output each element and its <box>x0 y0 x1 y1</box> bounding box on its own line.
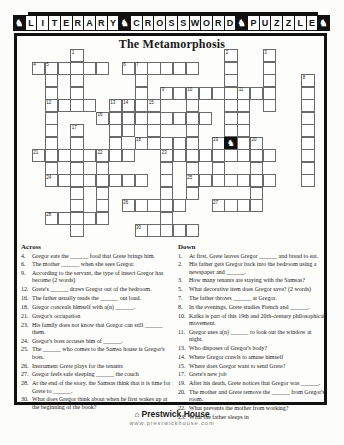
worksheet-page: ♞LITERARY♞CROSSWORD♞PUZZLE♞ The Metamorp… <box>0 0 344 445</box>
grid-cell-r3c4[interactable] <box>70 87 83 100</box>
grid-cell-r6c13[interactable] <box>186 124 199 137</box>
grid-cell-r5c17[interactable] <box>237 112 250 125</box>
clue-text: Instrument Grete plays for the tenants <box>32 363 171 370</box>
grid-cell-r0c4[interactable]: 1 <box>70 49 83 62</box>
clue-num: 19. <box>178 380 189 387</box>
grid-cell-r8c5[interactable] <box>83 149 96 162</box>
grid-cell-r7c2[interactable] <box>45 137 58 150</box>
clue-num: 27. <box>21 371 32 378</box>
clue-number-6: 6 <box>123 62 126 67</box>
grid-cell-r12c11[interactable] <box>160 199 173 212</box>
grid-cell-r4c9[interactable] <box>135 99 148 112</box>
down-clues-column: Down 1.At first, Grete leaves Gregor ___… <box>178 243 326 423</box>
grid-cell-r6c22[interactable] <box>301 124 314 137</box>
grid-cell-r4c7[interactable]: 13 <box>109 99 122 112</box>
clue-num: 9. <box>21 270 32 285</box>
down-clue-5: 5.What decorative item does Gregor save?… <box>178 286 326 293</box>
grid-cell-r6c8[interactable] <box>122 124 135 137</box>
grid-cell-r3c22[interactable] <box>301 87 314 100</box>
grid-cell-r1c16[interactable] <box>224 62 237 75</box>
grid-cell-r8c13[interactable] <box>186 149 199 162</box>
clue-text: After his death, Grete notices that Greg… <box>189 380 326 387</box>
clue-number-17: 17 <box>72 125 77 130</box>
grid-cell-r8c11[interactable]: 23 <box>160 149 173 162</box>
grid-cell-r6c17[interactable] <box>237 124 250 137</box>
clue-number-5: 5 <box>46 62 49 67</box>
grid-cell-r4c10[interactable]: 15 <box>147 99 160 112</box>
down-clue-list: 1.At first, Grete leaves Gregor ______ a… <box>178 253 326 422</box>
clue-number-14: 14 <box>123 100 128 105</box>
clue-num: 24. <box>21 338 32 345</box>
grid-cell-r7c9[interactable]: 18 <box>135 137 148 150</box>
clue-text: Grete's ______ draws Gregor out of the b… <box>32 286 171 293</box>
grid-cell-r5c10[interactable] <box>147 112 160 125</box>
grid-cell-r14c12[interactable] <box>173 224 186 237</box>
clue-num: 3. <box>178 277 189 284</box>
grid-cell-r10c3[interactable] <box>58 174 71 187</box>
grid-cell-r3c17[interactable]: 11 <box>237 87 250 100</box>
grid-cell-r2c19[interactable] <box>263 74 276 87</box>
literary-crossword-banner: ♞LITERARY♞CROSSWORD♞PUZZLE♞ <box>14 15 330 31</box>
grid-cell-r8c12[interactable] <box>173 149 186 162</box>
grid-cell-r7c18[interactable]: 20 <box>250 137 263 150</box>
across-clue-23: 23.His family does not know that Gregor … <box>21 322 171 337</box>
clue-text: The father throws ______ at Gregor. <box>189 295 326 302</box>
across-clues-column: Across 4.Gregor eats the ______ food tha… <box>21 243 171 412</box>
clue-text: According to the servant, the type of in… <box>32 270 171 285</box>
grid-cell-r10c8[interactable] <box>122 174 135 187</box>
grid-cell-r12c8[interactable]: 26 <box>122 199 135 212</box>
grid-cell-r8c22[interactable] <box>301 149 314 162</box>
grid-cell-r4c16[interactable] <box>224 99 237 112</box>
clue-num: 21. <box>21 313 32 320</box>
down-clue-1: 1.At first, Grete leaves Gregor ______ a… <box>178 253 326 260</box>
clue-num: 6. <box>21 261 32 268</box>
grid-cell-r8c14[interactable] <box>199 149 212 162</box>
grid-cell-r5c8[interactable] <box>122 112 135 125</box>
clue-number-3: 3 <box>264 50 267 55</box>
down-clue-14: 14.Where Gregor crawls to amuse himself <box>178 354 326 361</box>
grid-cell-r8c7[interactable] <box>109 149 122 162</box>
grid-cell-r1c13[interactable] <box>186 62 199 75</box>
grid-cell-r12c15[interactable]: 27 <box>212 199 225 212</box>
grid-cell-r8c3[interactable] <box>58 149 71 162</box>
grid-cell-r10c4[interactable] <box>70 174 83 187</box>
clue-number-4: 4 <box>33 62 36 67</box>
across-header: Across <box>21 243 171 252</box>
grid-cell-r7c13[interactable] <box>186 137 199 150</box>
down-clue-19: 19.After his death, Grete notices that G… <box>178 380 326 387</box>
grid-cell-r3c11[interactable]: 9 <box>160 87 173 100</box>
clue-text: The mother ______ when she sees Gregor. <box>32 261 171 268</box>
grid-cell-r6c7[interactable] <box>109 124 122 137</box>
clue-num: 25. <box>21 346 32 361</box>
grid-cell-r8c4[interactable] <box>70 149 83 162</box>
grid-cell-r2c9[interactable] <box>135 74 148 87</box>
grid-cell-r7c11[interactable] <box>160 137 173 150</box>
grid-cell-r7c12[interactable] <box>173 137 186 150</box>
grid-cell-r6c16[interactable] <box>224 124 237 137</box>
clue-number-20: 20 <box>252 137 257 142</box>
clue-text: Gregor eats the ______ food that Grete b… <box>32 253 171 260</box>
grid-cell-r1c4[interactable] <box>70 62 83 75</box>
clue-number-18: 18 <box>136 137 141 142</box>
grid-cell-r1c11[interactable] <box>160 62 173 75</box>
grid-cell-r1c1[interactable]: 4 <box>32 62 45 75</box>
grid-cell-r7c15[interactable]: 19 <box>212 137 225 150</box>
clue-text: Gregor's boss accuses him of ______. <box>32 338 171 345</box>
grid-cell-r5c9[interactable] <box>135 112 148 125</box>
grid-cell-r8c1[interactable]: 21 <box>32 149 45 162</box>
grid-cell-r14c9[interactable]: 30 <box>135 224 148 237</box>
grid-cell-r13c6[interactable] <box>96 212 109 225</box>
grid-cell-r10c9[interactable] <box>135 174 148 187</box>
grid-cell-r5c6[interactable]: 16 <box>96 112 109 125</box>
grid-cell-r3c9[interactable] <box>135 87 148 100</box>
grid-cell-r9c2[interactable] <box>45 162 58 175</box>
publisher-url: www.prestwickhouse.com <box>0 420 344 426</box>
grid-cell-r3c15[interactable] <box>212 87 225 100</box>
clue-text: Gregor's occupation <box>32 313 171 320</box>
clue-number-21: 21 <box>33 150 38 155</box>
clue-num: 2. <box>178 261 189 276</box>
across-clue-24: 24.Gregor's boss accuses him of ______. <box>21 338 171 345</box>
publisher-brand: ⌂ Prestwick House <box>0 409 344 419</box>
grid-cell-r10c5[interactable] <box>83 174 96 187</box>
down-clue-20: 20.The mother and Grete remove the _____… <box>178 389 326 404</box>
grid-cell-r1c5[interactable] <box>83 62 96 75</box>
grid-cell-r3c13[interactable]: 10 <box>186 87 199 100</box>
grid-cell-r6c10[interactable] <box>147 124 160 137</box>
grid-cell-r12c6[interactable] <box>96 199 109 212</box>
grid-cell-r10c7[interactable] <box>109 174 122 187</box>
grid-cell-r13c4[interactable] <box>70 212 83 225</box>
grid-cell-r11c11[interactable] <box>160 187 173 200</box>
grid-cell-r7c17[interactable] <box>237 137 250 150</box>
across-clue-26: 26.Instrument Grete plays for the tenant… <box>21 363 171 370</box>
across-clue-6: 6.The mother ______ when she sees Gregor… <box>21 261 171 268</box>
clue-number-16: 16 <box>98 112 103 117</box>
crossword-grid: 12345678910111213141516171819♞2021222324… <box>19 49 327 237</box>
clue-number-1: 1 <box>72 50 75 55</box>
grid-cell-r8c15[interactable] <box>212 149 225 162</box>
across-clue-16: 16.The father usually reads the ______ o… <box>21 295 171 302</box>
across-clue-list: 4.Gregor eats the ______ food that Grete… <box>21 253 171 411</box>
clue-number-12: 12 <box>46 100 51 105</box>
banner-ornament-tile: ♞ <box>317 15 330 31</box>
grid-cell-r4c17[interactable] <box>237 99 250 112</box>
clue-text: The mother and Grete remove the ______ f… <box>189 389 326 404</box>
grid-cell-r12c10[interactable] <box>147 199 160 212</box>
grid-cell-r3c2[interactable] <box>45 87 58 100</box>
grid-cell-r1c6[interactable] <box>96 62 109 75</box>
grid-cell-r0c19[interactable]: 3 <box>263 49 276 62</box>
grid-cell-r2c4[interactable] <box>70 74 83 87</box>
grid-cell-r10c16[interactable] <box>224 174 237 187</box>
clue-number-24: 24 <box>46 175 51 180</box>
grid-cell-r5c14[interactable] <box>199 112 212 125</box>
grid-cell-r3c16[interactable] <box>224 87 237 100</box>
down-clue-8: 8.In the evenings, Grete studies French … <box>178 304 326 311</box>
ornament-black-tile: ♞ <box>224 137 237 150</box>
grid-cell-r7c10[interactable] <box>147 137 160 150</box>
grid-cell-r4c22[interactable] <box>301 99 314 112</box>
grid-cell-r13c3[interactable] <box>58 212 71 225</box>
down-clue-10: 10.Kafka is part of this 19th and 20th-c… <box>178 313 326 328</box>
grid-cell-r1c19[interactable] <box>263 62 276 75</box>
down-clue-7: 7.The father throws ______ at Gregor. <box>178 295 326 302</box>
grid-cell-r2c2[interactable] <box>45 74 58 87</box>
grid-cell-r8c18[interactable] <box>250 149 263 162</box>
grid-cell-r10c2[interactable]: 24 <box>45 174 58 187</box>
grid-cell-r10c17[interactable] <box>237 174 250 187</box>
grid-cell-r11c6[interactable] <box>96 187 109 200</box>
grid-cell-r11c13[interactable] <box>186 187 199 200</box>
clue-number-8: 8 <box>303 75 306 80</box>
grid-cell-r4c4[interactable] <box>70 99 83 112</box>
across-clue-12: 12.Grete's ______ draws Gregor out of th… <box>21 286 171 293</box>
grid-cell-r14c13[interactable] <box>186 224 199 237</box>
grid-cell-r8c16[interactable] <box>224 149 237 162</box>
clue-num: 12. <box>21 286 32 293</box>
across-clue-9: 9.According to the servant, the type of … <box>21 270 171 285</box>
grid-cell-r4c19[interactable] <box>263 99 276 112</box>
grid-cell-r6c4[interactable]: 17 <box>70 124 83 137</box>
clue-num: 16. <box>21 295 32 302</box>
grid-cell-r5c7[interactable] <box>109 112 122 125</box>
clue-num: 4. <box>21 253 32 260</box>
down-clue-13: 13.Who disposes of Gregor's body? <box>178 345 326 352</box>
clue-text: At first, Grete leaves Gregor ______ and… <box>189 253 326 260</box>
prestwick-house-icon: ⌂ <box>134 410 139 419</box>
clue-text: The ______ who comes to the Samsa house … <box>32 346 171 361</box>
clue-num: 5. <box>178 286 189 293</box>
grid-cell-r9c22[interactable] <box>301 162 314 175</box>
down-clue-17: 17.Grete's new job <box>178 371 326 378</box>
clue-num: 11. <box>178 329 189 344</box>
clue-number-15: 15 <box>149 100 154 105</box>
across-clue-18: 18.Gregor conceals himself with a(n) ___… <box>21 304 171 311</box>
grid-cell-r2c22[interactable]: 8 <box>301 74 314 87</box>
clue-number-7: 7 <box>136 62 139 67</box>
grid-cell-r10c18[interactable] <box>250 174 263 187</box>
grid-cell-r8c6[interactable]: 22 <box>96 149 109 162</box>
clue-num: 17. <box>178 371 189 378</box>
grid-cell-r13c11[interactable] <box>160 212 173 225</box>
grid-cell-r4c3[interactable] <box>58 99 71 112</box>
grid-cell-r0c16[interactable]: 2 <box>224 49 237 62</box>
clue-text: His family does not know that Gregor can… <box>32 322 171 337</box>
grid-cell-r1c9[interactable]: 7 <box>135 62 148 75</box>
publisher-name: Prestwick House <box>142 409 210 419</box>
grid-cell-r8c2[interactable] <box>45 149 58 162</box>
grid-cell-r10c19[interactable] <box>263 174 276 187</box>
grid-cell-r11c4[interactable] <box>70 187 83 200</box>
clue-num: 14. <box>178 354 189 361</box>
grid-cell-r9c11[interactable] <box>160 162 173 175</box>
grid-cell-r13c2[interactable]: 28 <box>45 212 58 225</box>
clue-text: What decorative item does Gregor save? (… <box>189 286 326 293</box>
grid-cell-r4c8[interactable]: 14 <box>122 99 135 112</box>
grid-cell-r14c4[interactable] <box>70 224 83 237</box>
grid-cell-r14c11[interactable] <box>160 224 173 237</box>
grid-cell-r1c3[interactable] <box>58 62 71 75</box>
grid-cell-r10c11[interactable] <box>160 174 173 187</box>
clue-text: Grete's new job <box>189 371 326 378</box>
grid-cell-r4c2[interactable]: 12 <box>45 99 58 112</box>
grid-cell-r1c10[interactable] <box>147 62 160 75</box>
grid-cell-r1c12[interactable] <box>173 62 186 75</box>
grid-cell-r10c6[interactable] <box>96 174 109 187</box>
grid-cell-r5c13[interactable] <box>186 112 199 125</box>
clue-number-19: 19 <box>213 137 218 142</box>
clue-text: Where Gregor crawls to amuse himself <box>189 354 326 361</box>
publisher-footer: ⌂ Prestwick House www.prestwickhouse.com <box>0 409 344 426</box>
grid-cell-r9c18[interactable] <box>250 162 263 175</box>
down-header: Down <box>178 243 326 252</box>
clue-number-10: 10 <box>187 87 192 92</box>
down-clue-2: 2.His father gets Gregor back into the b… <box>178 261 326 276</box>
grid-cell-r12c4[interactable] <box>70 199 83 212</box>
grid-cell-r10c15[interactable] <box>212 174 225 187</box>
grid-cell-r7c4[interactable] <box>70 137 83 150</box>
down-clue-11: 11.Gregor uses a(n) ______ to look out t… <box>178 329 326 344</box>
clue-text: Kafka is part of this 19th and 20th-cent… <box>189 313 326 328</box>
grid-cell-r9c6[interactable] <box>96 162 109 175</box>
across-clue-28: 28.At the end of the story, the Samsas t… <box>21 380 171 395</box>
across-clue-21: 21.Gregor's occupation <box>21 313 171 320</box>
clue-num: 13. <box>178 345 189 352</box>
clue-text: How many tenants are staying with the Sa… <box>189 277 326 284</box>
grid-cell-r9c15[interactable] <box>212 162 225 175</box>
grid-cell-r12c9[interactable] <box>135 199 148 212</box>
grid-cell-r1c8[interactable]: 6 <box>122 62 135 75</box>
clue-num: 15. <box>178 363 189 370</box>
grid-cell-r3c19[interactable] <box>263 87 276 100</box>
grid-cell-r11c18[interactable] <box>250 187 263 200</box>
clue-text: The father usually reads the ______ out … <box>32 295 171 302</box>
across-clue-25: 25.The ______ who comes to the Samsa hou… <box>21 346 171 361</box>
clue-number-11: 11 <box>239 87 244 92</box>
clue-num: 26. <box>21 363 32 370</box>
grid-cell-r2c16[interactable] <box>224 74 237 87</box>
clue-text: Gregor conceals himself with a(n) ______… <box>32 304 171 311</box>
grid-cell-r4c13[interactable] <box>186 99 199 112</box>
clue-number-22: 22 <box>98 150 103 155</box>
grid-cell-r3c14[interactable] <box>199 87 212 100</box>
grid-cell-r7c7[interactable] <box>109 137 122 150</box>
clue-num: 10. <box>178 313 189 328</box>
grid-cell-r5c22[interactable] <box>301 112 314 125</box>
grid-cell-r4c5[interactable] <box>83 99 96 112</box>
clue-text: In the evenings, Grete studies French an… <box>189 304 326 311</box>
grid-cell-r14c10[interactable] <box>147 224 160 237</box>
grid-cell-r10c14[interactable] <box>199 174 212 187</box>
clue-num: 20. <box>178 389 189 404</box>
clue-text: His father gets Gregor back into the bed… <box>189 261 326 276</box>
grid-cell-r5c16[interactable] <box>224 112 237 125</box>
grid-cell-r12c12[interactable] <box>173 199 186 212</box>
grid-cell-r5c2[interactable] <box>45 112 58 125</box>
clue-num: 18. <box>21 304 32 311</box>
clue-text: At the end of the story, the Samsas thin… <box>32 380 171 395</box>
grid-cell-r9c4[interactable] <box>70 162 83 175</box>
grid-cell-r5c12[interactable] <box>173 112 186 125</box>
across-clue-4: 4.Gregor eats the ______ food that Grete… <box>21 253 171 260</box>
clue-text: Who disposes of Gregor's body? <box>189 345 326 352</box>
clue-number-13: 13 <box>110 100 115 105</box>
grid-cell-r7c22[interactable] <box>301 137 314 150</box>
down-clue-3: 3.How many tenants are staying with the … <box>178 277 326 284</box>
clue-text: Gregor uses a(n) ______ to look out the … <box>189 329 326 344</box>
grid-cell-r8c17[interactable] <box>237 149 250 162</box>
clue-text: Gregor feels safe sleeping ______ the co… <box>32 371 171 378</box>
grid-cell-r5c11[interactable] <box>160 112 173 125</box>
grid-cell-r12c17[interactable] <box>237 199 250 212</box>
grid-cell-r6c2[interactable] <box>45 124 58 137</box>
clue-number-26: 26 <box>123 200 128 205</box>
grid-cell-r8c19[interactable] <box>263 149 276 162</box>
clue-number-2: 2 <box>226 50 229 55</box>
clue-number-28: 28 <box>46 212 51 217</box>
clue-number-9: 9 <box>162 87 165 92</box>
across-clue-27: 27.Gregor feels safe sleeping ______ the… <box>21 371 171 378</box>
clue-num: 7. <box>178 295 189 302</box>
grid-cell-r3c18[interactable] <box>250 87 263 100</box>
grid-cell-r9c13[interactable] <box>186 162 199 175</box>
clue-number-25: 25 <box>187 175 192 180</box>
grid-cell-r8c8[interactable] <box>122 149 135 162</box>
grid-cell-r13c5[interactable] <box>83 212 96 225</box>
clue-num: 28. <box>21 380 32 395</box>
grid-cell-r12c18[interactable] <box>250 199 263 212</box>
down-clue-15: 15.Where does Gregor want to send Grete? <box>178 363 326 370</box>
clue-number-23: 23 <box>162 150 167 155</box>
grid-cell-r3c12[interactable] <box>173 87 186 100</box>
clue-number-30: 30 <box>136 225 141 230</box>
grid-cell-r10c22[interactable] <box>301 174 314 187</box>
clue-num: 23. <box>21 322 32 337</box>
grid-cell-r10c13[interactable]: 25 <box>186 174 199 187</box>
clue-num: 8. <box>178 304 189 311</box>
clue-num: 1. <box>178 253 189 260</box>
grid-cell-r1c2[interactable]: 5 <box>45 62 58 75</box>
grid-cell-r12c16[interactable] <box>224 199 237 212</box>
clue-text: Where does Gregor want to send Grete? <box>189 363 326 370</box>
clue-number-27: 27 <box>213 200 218 205</box>
